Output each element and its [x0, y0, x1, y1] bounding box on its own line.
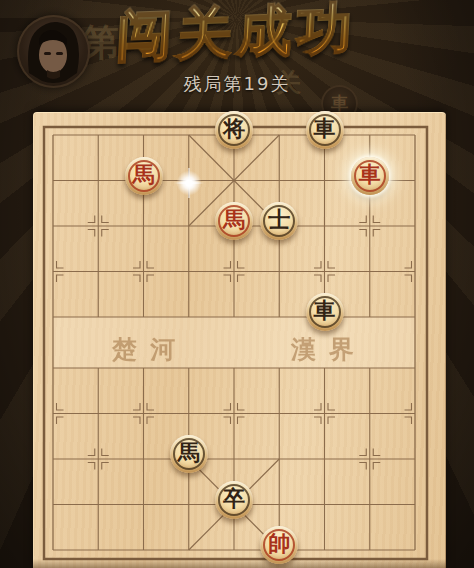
- piece-char: 卒: [223, 484, 245, 514]
- piece-red-車[interactable]: 車: [351, 157, 389, 195]
- piece-char: 帥: [268, 529, 290, 559]
- piece-black-卒[interactable]: 卒: [215, 481, 253, 519]
- piece-red-馬[interactable]: 馬: [125, 157, 163, 195]
- piece-char: 馬: [178, 438, 200, 468]
- piece-black-車[interactable]: 車: [306, 293, 344, 331]
- piece-black-車[interactable]: 車: [306, 111, 344, 149]
- piece-red-帥[interactable]: 帥: [260, 526, 298, 564]
- level-subtitle: 残局第19关: [0, 72, 474, 96]
- river-label-left: 楚河: [112, 333, 188, 366]
- xiangqi-board[interactable]: 楚河 漢界 将車馬車馬士車馬卒帥: [33, 112, 446, 568]
- level-complete-screen: 第 关 車 闯关成功 残局第19关 楚河 漢界 将車馬車馬士車馬卒帥: [0, 0, 474, 568]
- piece-char: 将: [223, 114, 245, 144]
- piece-char: 車: [314, 296, 336, 326]
- piece-char: 車: [359, 160, 381, 190]
- piece-char: 馬: [133, 160, 155, 190]
- piece-char: 士: [268, 205, 290, 235]
- piece-red-馬[interactable]: 馬: [215, 202, 253, 240]
- piece-black-士[interactable]: 士: [260, 202, 298, 240]
- river-label-right: 漢界: [291, 333, 367, 366]
- piece-char: 車: [314, 114, 336, 144]
- piece-black-馬[interactable]: 馬: [170, 435, 208, 473]
- piece-char: 馬: [223, 205, 245, 235]
- piece-black-将[interactable]: 将: [215, 111, 253, 149]
